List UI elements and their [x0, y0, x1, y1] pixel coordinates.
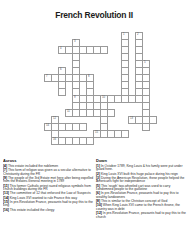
clue-item-text: During the American Revolution, these pe…: [96, 176, 184, 183]
down-header: Down: [96, 159, 188, 163]
down-clue-list: [1] In October 1789, King Louis & his fa…: [96, 164, 188, 218]
grid-cell[interactable]: [79, 123, 87, 131]
grid-cell[interactable]: [86, 137, 94, 145]
clue-number: 2: [137, 33, 139, 36]
clue-number: 14: [46, 124, 49, 127]
clue-number: 10: [102, 96, 105, 99]
crossword-grid: 12345678910111213141516: [44, 32, 158, 146]
clue-item-text: The committee of 12 that enforced the La…: [10, 191, 91, 195]
clue-item: [5] This 'rough' two-wheeled cart was us…: [96, 183, 188, 190]
clue-item-number: [14]: [3, 195, 10, 199]
crossword-page: French Revolution II 1234567891011121314…: [0, 0, 188, 243]
clue-item: [6] In pre-Revolution France, peasants h…: [96, 191, 188, 198]
grid-cell[interactable]: [142, 123, 150, 131]
clue-item: [2] King Louis XVI built this huge palac…: [96, 171, 188, 175]
clue-number: 11: [67, 110, 70, 113]
clue-number: 7: [46, 75, 48, 78]
clue-item-text: This former Catholic priest razed religi…: [3, 183, 91, 190]
clue-item: [16] This estate included the clergy: [3, 207, 95, 211]
clue-number: 9: [74, 96, 76, 99]
grid-cell[interactable]: [58, 88, 66, 96]
clue-item-text: This estate included the clergy: [10, 207, 55, 211]
clue-item-text: When King Louis XVI came to the French t…: [96, 203, 180, 210]
clue-item-text: In October 1789, King Louis & his family…: [96, 164, 183, 171]
clue-item-text: This is similar to the Christian concept…: [101, 199, 167, 203]
clue-number: 16: [53, 138, 56, 141]
clue-item: [7] This form of religion was given as a…: [3, 168, 95, 175]
clue-item-text: This 'rough' two-wheeled cart was used t…: [96, 183, 170, 190]
clue-item-text: This estate included the noblemen: [8, 164, 58, 168]
clue-number: 12: [53, 117, 56, 120]
clue-item: [1] In October 1789, King Louis & his fa…: [96, 164, 188, 171]
clue-item: [4] This estate included the noblemen: [3, 164, 95, 168]
clue-number: 15: [95, 131, 98, 134]
clue-item: [8] This is similar to the Christian con…: [96, 199, 188, 203]
clue-item: [9] The people of the 3rd Estate met her…: [3, 176, 95, 183]
across-clues-section: Across [4] This estate included the nobl…: [3, 159, 95, 243]
clue-number: 8: [88, 75, 90, 78]
clue-item-text: King Louis XVI built this huge palace du…: [101, 171, 178, 175]
clue-item: [11] This former Catholic priest razed r…: [3, 183, 95, 190]
clue-number: 1: [123, 33, 125, 36]
clue-number: 13: [130, 117, 133, 120]
clue-item-text: In pre-Revolution France, peasants had t…: [3, 200, 93, 207]
clue-item-text: The people of the 3rd Estate met here af…: [3, 176, 93, 183]
clue-item: [12] In pre-Revolution France, peasants …: [96, 211, 188, 218]
clue-item-number: [16]: [3, 207, 10, 211]
grid-cell[interactable]: [107, 109, 115, 117]
clue-item: [10] When King Louis XVI came to the Fre…: [96, 203, 188, 210]
clue-item: [14] King Louis XVI wanted to rule Franc…: [3, 195, 95, 199]
clue-item: [15] In pre-Revolution France, peasants …: [3, 200, 95, 207]
clue-number: 4: [60, 47, 62, 50]
grid-cell[interactable]: [149, 116, 157, 124]
clue-item-text: This form of religion was given as a sec…: [3, 168, 91, 175]
grid-cell[interactable]: [100, 46, 108, 54]
clue-item: [3] During the American Revolution, thes…: [96, 176, 188, 183]
across-clue-list: [4] This estate included the noblemen[7]…: [3, 164, 95, 211]
across-header: Across: [3, 159, 95, 163]
clue-item-text: King Louis XVI wanted to rule France thi…: [10, 195, 77, 199]
page-title: French Revolution II: [0, 10, 188, 20]
down-clues-section: Down [1] In October 1789, King Louis & h…: [96, 159, 188, 243]
clue-item-number: [13]: [3, 191, 10, 195]
clue-number: 5: [144, 61, 146, 64]
clue-number: 3: [74, 40, 76, 43]
clue-item-text: In pre-Revolution France, peasants had t…: [96, 191, 178, 198]
grid-cell[interactable]: [121, 130, 129, 138]
clue-item: [13] The committee of 12 that enforced t…: [3, 191, 95, 195]
clue-item-text: In pre-Revolution France, peasants had t…: [96, 211, 186, 218]
clue-number: 6: [60, 68, 62, 71]
